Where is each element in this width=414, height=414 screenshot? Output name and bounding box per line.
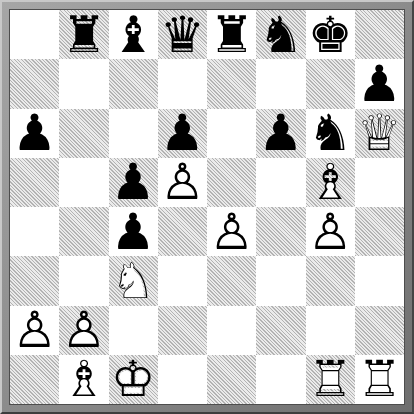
square-g3[interactable] xyxy=(306,256,355,305)
piece-black-bishop: ♝ xyxy=(109,10,158,59)
square-b6[interactable] xyxy=(59,109,108,158)
black-piece-glyph: ♟ xyxy=(158,109,207,158)
white-piece-outline-layer: ♙ xyxy=(10,306,59,355)
piece-white-queen: ♛♕ xyxy=(355,109,404,158)
square-a4[interactable] xyxy=(10,207,59,256)
board-inner-border: ♜♝♛♜♞♚♟♟♟♟♞♛♕♟♟♙♝♗♟♟♙♟♙♞♘♟♙♟♙♝♗♚♔♜♖♜♖ xyxy=(9,9,405,405)
white-piece-outline-layer: ♘ xyxy=(109,256,158,305)
black-piece-glyph: ♟ xyxy=(109,158,158,207)
square-h6[interactable]: ♛♕ xyxy=(355,109,404,158)
white-piece-outline-layer: ♙ xyxy=(306,207,355,256)
square-d5[interactable]: ♟♙ xyxy=(158,158,207,207)
square-f7[interactable] xyxy=(256,59,305,108)
square-e4[interactable]: ♟♙ xyxy=(207,207,256,256)
white-piece-outline-layer: ♗ xyxy=(306,158,355,207)
white-piece-outline-layer: ♖ xyxy=(355,355,404,404)
piece-black-knight: ♞ xyxy=(256,10,305,59)
piece-black-pawn: ♟ xyxy=(10,109,59,158)
black-piece-glyph: ♚ xyxy=(306,10,355,59)
piece-white-pawn: ♟♙ xyxy=(10,306,59,355)
square-b2[interactable]: ♟♙ xyxy=(59,306,108,355)
piece-black-knight: ♞ xyxy=(306,109,355,158)
black-piece-glyph: ♜ xyxy=(59,10,108,59)
piece-black-pawn: ♟ xyxy=(109,207,158,256)
square-a6[interactable]: ♟ xyxy=(10,109,59,158)
square-b7[interactable] xyxy=(59,59,108,108)
square-e3[interactable] xyxy=(207,256,256,305)
white-piece-outline-layer: ♔ xyxy=(109,355,158,404)
square-b4[interactable] xyxy=(59,207,108,256)
square-f5[interactable] xyxy=(256,158,305,207)
square-h7[interactable]: ♟ xyxy=(355,59,404,108)
square-b8[interactable]: ♜ xyxy=(59,10,108,59)
square-h3[interactable] xyxy=(355,256,404,305)
white-piece-outline-layer: ♕ xyxy=(355,109,404,158)
square-h2[interactable] xyxy=(355,306,404,355)
black-piece-glyph: ♟ xyxy=(355,59,404,108)
square-c1[interactable]: ♚♔ xyxy=(109,355,158,404)
square-a2[interactable]: ♟♙ xyxy=(10,306,59,355)
square-c6[interactable] xyxy=(109,109,158,158)
square-c3[interactable]: ♞♘ xyxy=(109,256,158,305)
piece-white-knight: ♞♘ xyxy=(109,256,158,305)
square-g7[interactable] xyxy=(306,59,355,108)
square-f8[interactable]: ♞ xyxy=(256,10,305,59)
square-d1[interactable] xyxy=(158,355,207,404)
square-g5[interactable]: ♝♗ xyxy=(306,158,355,207)
square-h5[interactable] xyxy=(355,158,404,207)
square-c7[interactable] xyxy=(109,59,158,108)
white-piece-outline-layer: ♗ xyxy=(59,355,108,404)
piece-black-pawn: ♟ xyxy=(256,109,305,158)
square-a3[interactable] xyxy=(10,256,59,305)
piece-black-queen: ♛ xyxy=(158,10,207,59)
piece-white-bishop: ♝♗ xyxy=(59,355,108,404)
black-piece-glyph: ♟ xyxy=(109,207,158,256)
piece-black-rook: ♜ xyxy=(207,10,256,59)
square-g4[interactable]: ♟♙ xyxy=(306,207,355,256)
square-f2[interactable] xyxy=(256,306,305,355)
square-h4[interactable] xyxy=(355,207,404,256)
piece-white-rook: ♜♖ xyxy=(355,355,404,404)
black-piece-glyph: ♝ xyxy=(109,10,158,59)
square-h8[interactable] xyxy=(355,10,404,59)
square-d8[interactable]: ♛ xyxy=(158,10,207,59)
piece-white-pawn: ♟♙ xyxy=(306,207,355,256)
white-piece-outline-layer: ♖ xyxy=(306,355,355,404)
black-piece-glyph: ♟ xyxy=(256,109,305,158)
square-d3[interactable] xyxy=(158,256,207,305)
square-g8[interactable]: ♚ xyxy=(306,10,355,59)
white-piece-outline-layer: ♙ xyxy=(158,158,207,207)
square-a5[interactable] xyxy=(10,158,59,207)
square-b3[interactable] xyxy=(59,256,108,305)
square-d6[interactable]: ♟ xyxy=(158,109,207,158)
square-f6[interactable]: ♟ xyxy=(256,109,305,158)
piece-white-king: ♚♔ xyxy=(109,355,158,404)
square-e2[interactable] xyxy=(207,306,256,355)
square-f3[interactable] xyxy=(256,256,305,305)
piece-black-pawn: ♟ xyxy=(355,59,404,108)
square-e8[interactable]: ♜ xyxy=(207,10,256,59)
square-d4[interactable] xyxy=(158,207,207,256)
square-a8[interactable] xyxy=(10,10,59,59)
black-piece-glyph: ♞ xyxy=(306,109,355,158)
square-d7[interactable] xyxy=(158,59,207,108)
black-piece-glyph: ♜ xyxy=(207,10,256,59)
square-c2[interactable] xyxy=(109,306,158,355)
square-g1[interactable]: ♜♖ xyxy=(306,355,355,404)
piece-black-pawn: ♟ xyxy=(109,158,158,207)
square-c4[interactable]: ♟ xyxy=(109,207,158,256)
chess-board: ♜♝♛♜♞♚♟♟♟♟♞♛♕♟♟♙♝♗♟♟♙♟♙♞♘♟♙♟♙♝♗♚♔♜♖♜♖ xyxy=(10,10,404,404)
black-piece-glyph: ♟ xyxy=(10,109,59,158)
square-e5[interactable] xyxy=(207,158,256,207)
square-d2[interactable] xyxy=(158,306,207,355)
piece-white-pawn: ♟♙ xyxy=(59,306,108,355)
square-e7[interactable] xyxy=(207,59,256,108)
square-c8[interactable]: ♝ xyxy=(109,10,158,59)
white-piece-outline-layer: ♙ xyxy=(59,306,108,355)
square-g2[interactable] xyxy=(306,306,355,355)
piece-black-rook: ♜ xyxy=(59,10,108,59)
white-piece-outline-layer: ♙ xyxy=(207,207,256,256)
square-e1[interactable] xyxy=(207,355,256,404)
square-b1[interactable]: ♝♗ xyxy=(59,355,108,404)
piece-white-bishop: ♝♗ xyxy=(306,158,355,207)
piece-black-pawn: ♟ xyxy=(158,109,207,158)
black-piece-glyph: ♛ xyxy=(158,10,207,59)
square-a1[interactable] xyxy=(10,355,59,404)
square-b5[interactable] xyxy=(59,158,108,207)
square-a7[interactable] xyxy=(10,59,59,108)
square-h1[interactable]: ♜♖ xyxy=(355,355,404,404)
black-piece-glyph: ♞ xyxy=(256,10,305,59)
piece-white-rook: ♜♖ xyxy=(306,355,355,404)
board-frame: ♜♝♛♜♞♚♟♟♟♟♞♛♕♟♟♙♝♗♟♟♙♟♙♞♘♟♙♟♙♝♗♚♔♜♖♜♖ xyxy=(0,0,414,414)
square-c5[interactable]: ♟ xyxy=(109,158,158,207)
piece-white-pawn: ♟♙ xyxy=(207,207,256,256)
square-f4[interactable] xyxy=(256,207,305,256)
square-e6[interactable] xyxy=(207,109,256,158)
square-f1[interactable] xyxy=(256,355,305,404)
piece-black-king: ♚ xyxy=(306,10,355,59)
piece-white-pawn: ♟♙ xyxy=(158,158,207,207)
square-g6[interactable]: ♞ xyxy=(306,109,355,158)
